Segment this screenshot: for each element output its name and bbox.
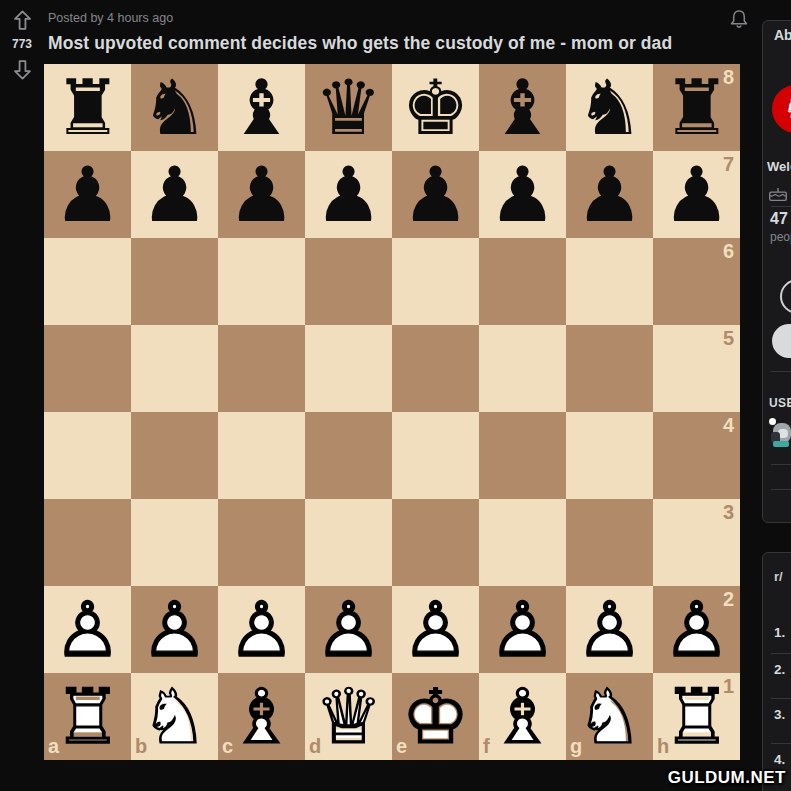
piece-black-king: ♚ xyxy=(392,64,479,151)
square-a1: ♜♖ xyxy=(44,673,131,760)
square-b6 xyxy=(131,238,218,325)
members-count: 47 xyxy=(770,210,788,228)
square-b7: ♟ xyxy=(131,151,218,238)
square-h4 xyxy=(653,412,740,499)
square-a4 xyxy=(44,412,131,499)
square-d8: ♛ xyxy=(305,64,392,151)
flair-avatar-head xyxy=(769,418,776,425)
square-c1: ♝♗ xyxy=(218,673,305,760)
square-h2: ♟♙ xyxy=(653,586,740,673)
piece-black-knight: ♞ xyxy=(566,64,653,151)
sidebar-about-panel: About Community ♞ Welcome 47 people USER… xyxy=(762,20,791,523)
divider xyxy=(771,743,791,744)
piece-white-pawn: ♟♙ xyxy=(566,586,653,673)
piece-white-pawn: ♟♙ xyxy=(479,586,566,673)
avatar-circle xyxy=(772,324,791,358)
square-c8: ♝ xyxy=(218,64,305,151)
piece-white-pawn: ♟♙ xyxy=(305,586,392,673)
square-a2: ♟♙ xyxy=(44,586,131,673)
square-b8: ♞ xyxy=(131,64,218,151)
about-panel-title: About Community xyxy=(774,27,791,43)
divider xyxy=(771,464,791,465)
square-b2: ♟♙ xyxy=(131,586,218,673)
piece-white-bishop: ♝♗ xyxy=(479,673,566,760)
square-g2: ♟♙ xyxy=(566,586,653,673)
square-g7: ♟ xyxy=(566,151,653,238)
square-g3 xyxy=(566,499,653,586)
piece-black-pawn: ♟ xyxy=(44,151,131,238)
piece-black-pawn: ♟ xyxy=(479,151,566,238)
square-c5 xyxy=(218,325,305,412)
square-g5 xyxy=(566,325,653,412)
vote-score: 773 xyxy=(0,37,44,51)
square-f7: ♟ xyxy=(479,151,566,238)
knight-logo-icon: ♞ xyxy=(783,95,791,123)
piece-white-knight: ♞♘ xyxy=(566,673,653,760)
square-h3 xyxy=(653,499,740,586)
square-a8: ♜ xyxy=(44,64,131,151)
square-g1: ♞♘ xyxy=(566,673,653,760)
square-g4 xyxy=(566,412,653,499)
square-c3 xyxy=(218,499,305,586)
piece-white-queen: ♛♕ xyxy=(305,673,392,760)
square-d4 xyxy=(305,412,392,499)
square-f6 xyxy=(479,238,566,325)
piece-white-pawn: ♟♙ xyxy=(44,586,131,673)
square-c4 xyxy=(218,412,305,499)
square-h5 xyxy=(653,325,740,412)
square-e8: ♚ xyxy=(392,64,479,151)
vote-column: 773 xyxy=(0,0,44,100)
square-c2: ♟♙ xyxy=(218,586,305,673)
piece-white-knight: ♞♘ xyxy=(131,673,218,760)
square-f2: ♟♙ xyxy=(479,586,566,673)
square-g6 xyxy=(566,238,653,325)
piece-black-bishop: ♝ xyxy=(218,64,305,151)
square-d6 xyxy=(305,238,392,325)
square-e1: ♚♔ xyxy=(392,673,479,760)
piece-white-pawn: ♟♙ xyxy=(218,586,305,673)
square-h6 xyxy=(653,238,740,325)
square-d5 xyxy=(305,325,392,412)
square-h7: ♟ xyxy=(653,151,740,238)
square-f4 xyxy=(479,412,566,499)
chess-board[interactable]: ♜♞♝♛♚♝♞♜♟♟♟♟♟♟♟♟♟♙♟♙♟♙♟♙♟♙♟♙♟♙♟♙♜♖♞♘♝♗♛♕… xyxy=(44,64,740,760)
piece-black-knight: ♞ xyxy=(131,64,218,151)
subreddit-avatar[interactable]: ♞ xyxy=(772,85,791,133)
square-d7: ♟ xyxy=(305,151,392,238)
rule-item-2[interactable]: 2. xyxy=(774,662,785,677)
sidebar-rules-panel: r/ 1. 2. 3. 4. xyxy=(762,552,791,791)
square-b1: ♞♘ xyxy=(131,673,218,760)
post-meta: Posted by 4 hours ago xyxy=(48,11,173,25)
square-g8: ♞ xyxy=(566,64,653,151)
piece-white-pawn: ♟♙ xyxy=(653,586,740,673)
square-h1: ♜♖ xyxy=(653,673,740,760)
divider xyxy=(771,371,791,372)
notification-bell-icon[interactable] xyxy=(727,7,751,31)
square-f8: ♝ xyxy=(479,64,566,151)
flair-avatar-teal xyxy=(773,441,789,447)
piece-black-pawn: ♟ xyxy=(218,151,305,238)
divider xyxy=(771,653,791,654)
user-flair-label: USER FLAIR xyxy=(769,396,791,410)
square-e7: ♟ xyxy=(392,151,479,238)
piece-black-rook: ♜ xyxy=(653,64,740,151)
square-d3 xyxy=(305,499,392,586)
square-a3 xyxy=(44,499,131,586)
divider xyxy=(771,489,791,490)
square-e5 xyxy=(392,325,479,412)
piece-black-pawn: ♟ xyxy=(653,151,740,238)
square-b3 xyxy=(131,499,218,586)
piece-white-bishop: ♝♗ xyxy=(218,673,305,760)
community-description: Welcome xyxy=(767,159,791,174)
square-e3 xyxy=(392,499,479,586)
piece-black-pawn: ♟ xyxy=(131,151,218,238)
divider xyxy=(771,206,791,207)
rule-item-1[interactable]: 1. xyxy=(774,625,785,640)
piece-white-rook: ♜♖ xyxy=(653,673,740,760)
user-flair-avatar[interactable] xyxy=(767,418,791,448)
square-d1: ♛♕ xyxy=(305,673,392,760)
square-h8: ♜ xyxy=(653,64,740,151)
online-ring-icon xyxy=(780,279,791,314)
rule-item-3[interactable]: 3. xyxy=(774,707,785,722)
square-c6 xyxy=(218,238,305,325)
divider xyxy=(771,698,791,699)
members-label: people xyxy=(770,230,791,244)
post-title: Most upvoted comment decides who gets th… xyxy=(48,33,724,54)
piece-black-pawn: ♟ xyxy=(566,151,653,238)
piece-black-rook: ♜ xyxy=(44,64,131,151)
cake-day-icon xyxy=(767,183,789,205)
square-a5 xyxy=(44,325,131,412)
piece-black-pawn: ♟ xyxy=(305,151,392,238)
piece-black-pawn: ♟ xyxy=(392,151,479,238)
downvote-icon[interactable] xyxy=(10,57,35,82)
square-e4 xyxy=(392,412,479,499)
square-c7: ♟ xyxy=(218,151,305,238)
square-e2: ♟♙ xyxy=(392,586,479,673)
watermark: GULDUM.NET xyxy=(668,768,786,788)
piece-black-bishop: ♝ xyxy=(479,64,566,151)
piece-black-queen: ♛ xyxy=(305,64,392,151)
piece-white-rook: ♜♖ xyxy=(44,673,131,760)
rule-item-4[interactable]: 4. xyxy=(774,752,785,767)
square-a6 xyxy=(44,238,131,325)
square-b4 xyxy=(131,412,218,499)
piece-white-king: ♚♔ xyxy=(392,673,479,760)
rules-panel-title: r/ xyxy=(774,569,783,584)
upvote-icon[interactable] xyxy=(10,8,35,33)
square-d2: ♟♙ xyxy=(305,586,392,673)
square-f5 xyxy=(479,325,566,412)
square-b5 xyxy=(131,325,218,412)
piece-white-pawn: ♟♙ xyxy=(131,586,218,673)
square-e6 xyxy=(392,238,479,325)
piece-white-pawn: ♟♙ xyxy=(392,586,479,673)
square-f1: ♝♗ xyxy=(479,673,566,760)
square-f3 xyxy=(479,499,566,586)
square-a7: ♟ xyxy=(44,151,131,238)
